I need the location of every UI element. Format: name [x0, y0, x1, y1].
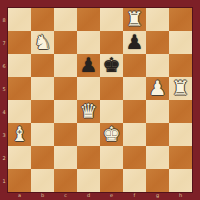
square-g6[interactable]	[146, 54, 169, 77]
rank-label-7: 7	[0, 31, 8, 54]
square-f3[interactable]	[123, 123, 146, 146]
square-f2[interactable]	[123, 146, 146, 169]
white-knight[interactable]: ♞	[34, 32, 52, 52]
file-label-h: h	[169, 191, 192, 200]
rank-label-5: 5	[0, 77, 8, 100]
square-h5[interactable]: ♜	[169, 77, 192, 100]
file-label-c: c	[54, 191, 77, 200]
chess-board: ♜♞♟♟♚♟♜♛♝♚	[8, 8, 192, 192]
square-g2[interactable]	[146, 146, 169, 169]
square-h3[interactable]	[169, 123, 192, 146]
square-c8[interactable]	[54, 8, 77, 31]
file-label-d: d	[77, 191, 100, 200]
square-h2[interactable]	[169, 146, 192, 169]
square-c1[interactable]	[54, 169, 77, 192]
square-e5[interactable]	[100, 77, 123, 100]
rank-label-6: 6	[0, 54, 8, 77]
square-b2[interactable]	[31, 146, 54, 169]
square-c7[interactable]	[54, 31, 77, 54]
file-label-e: e	[100, 191, 123, 200]
square-d8[interactable]	[77, 8, 100, 31]
rank-labels: 87654321	[0, 8, 8, 192]
square-e2[interactable]	[100, 146, 123, 169]
black-king[interactable]: ♚	[103, 55, 121, 75]
square-h6[interactable]	[169, 54, 192, 77]
rank-label-8: 8	[0, 8, 8, 31]
square-g1[interactable]	[146, 169, 169, 192]
square-d7[interactable]	[77, 31, 100, 54]
black-pawn[interactable]: ♟	[80, 55, 98, 75]
square-b3[interactable]	[31, 123, 54, 146]
white-king[interactable]: ♚	[103, 124, 121, 144]
square-g3[interactable]	[146, 123, 169, 146]
white-rook[interactable]: ♜	[126, 9, 144, 29]
white-queen[interactable]: ♛	[80, 101, 98, 121]
square-b5[interactable]	[31, 77, 54, 100]
square-f5[interactable]	[123, 77, 146, 100]
file-label-b: b	[31, 191, 54, 200]
file-label-a: a	[8, 191, 31, 200]
square-f1[interactable]	[123, 169, 146, 192]
square-a8[interactable]	[8, 8, 31, 31]
square-e4[interactable]	[100, 100, 123, 123]
square-d4[interactable]: ♛	[77, 100, 100, 123]
square-d5[interactable]	[77, 77, 100, 100]
square-b7[interactable]: ♞	[31, 31, 54, 54]
square-d2[interactable]	[77, 146, 100, 169]
square-e7[interactable]	[100, 31, 123, 54]
square-c4[interactable]	[54, 100, 77, 123]
rank-label-2: 2	[0, 146, 8, 169]
square-f6[interactable]	[123, 54, 146, 77]
square-b1[interactable]	[31, 169, 54, 192]
square-e1[interactable]	[100, 169, 123, 192]
square-h8[interactable]	[169, 8, 192, 31]
square-b8[interactable]	[31, 8, 54, 31]
square-e6[interactable]: ♚	[100, 54, 123, 77]
file-label-g: g	[146, 191, 169, 200]
square-a7[interactable]	[8, 31, 31, 54]
square-g7[interactable]	[146, 31, 169, 54]
square-c5[interactable]	[54, 77, 77, 100]
square-d6[interactable]: ♟	[77, 54, 100, 77]
square-d1[interactable]	[77, 169, 100, 192]
square-a5[interactable]	[8, 77, 31, 100]
square-h7[interactable]	[169, 31, 192, 54]
chess-board-frame: 87654321 abcdefgh ♜♞♟♟♚♟♜♛♝♚	[0, 0, 200, 200]
square-a1[interactable]	[8, 169, 31, 192]
white-rook[interactable]: ♜	[172, 78, 190, 98]
square-a3[interactable]: ♝	[8, 123, 31, 146]
square-c6[interactable]	[54, 54, 77, 77]
square-e8[interactable]	[100, 8, 123, 31]
square-c2[interactable]	[54, 146, 77, 169]
square-f4[interactable]	[123, 100, 146, 123]
white-bishop[interactable]: ♝	[11, 124, 29, 144]
square-h4[interactable]	[169, 100, 192, 123]
square-c3[interactable]	[54, 123, 77, 146]
square-a4[interactable]	[8, 100, 31, 123]
square-d3[interactable]	[77, 123, 100, 146]
file-labels: abcdefgh	[8, 191, 192, 200]
square-g5[interactable]: ♟	[146, 77, 169, 100]
square-a6[interactable]	[8, 54, 31, 77]
square-g4[interactable]	[146, 100, 169, 123]
rank-label-4: 4	[0, 100, 8, 123]
rank-label-3: 3	[0, 123, 8, 146]
rank-label-1: 1	[0, 169, 8, 192]
square-b4[interactable]	[31, 100, 54, 123]
black-pawn[interactable]: ♟	[126, 32, 144, 52]
file-label-f: f	[123, 191, 146, 200]
square-f7[interactable]: ♟	[123, 31, 146, 54]
white-pawn[interactable]: ♟	[149, 78, 167, 98]
square-b6[interactable]	[31, 54, 54, 77]
square-g8[interactable]	[146, 8, 169, 31]
square-f8[interactable]: ♜	[123, 8, 146, 31]
square-h1[interactable]	[169, 169, 192, 192]
square-a2[interactable]	[8, 146, 31, 169]
square-e3[interactable]: ♚	[100, 123, 123, 146]
